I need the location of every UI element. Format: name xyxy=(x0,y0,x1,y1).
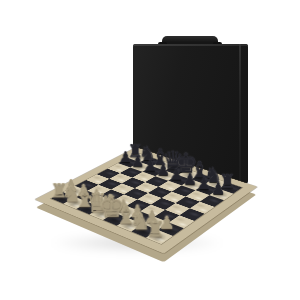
piece-black-pawn: ♟ xyxy=(119,150,132,165)
piece-black-pawn: ♟ xyxy=(183,171,197,187)
case-top-edge xyxy=(133,44,248,46)
piece-black-pawn: ♟ xyxy=(196,176,210,192)
piece-black-pawn: ♟ xyxy=(131,154,144,169)
board-field: ♜♞♝♛♚♝♞♜♟♟♟♟♟♟♟♟♟♟♟♟♟♟♟♟♜♞♝♛♚♝♞♜ xyxy=(51,153,242,244)
chess-board: ♜♞♝♛♚♝♞♜♟♟♟♟♟♟♟♟♟♟♟♟♟♟♟♟♜♞♝♛♚♝♞♜ xyxy=(35,147,257,253)
piece-white-rook: ♜ xyxy=(145,218,164,239)
piece-black-pawn: ♟ xyxy=(211,181,225,197)
piece-black-pawn: ♟ xyxy=(169,167,183,183)
board-scene: ♜♞♝♛♚♝♞♜♟♟♟♟♟♟♟♟♟♟♟♟♟♟♟♟♜♞♝♛♚♝♞♜ xyxy=(69,114,227,272)
piece-black-pawn: ♟ xyxy=(156,163,170,178)
product-photo: ♜♞♝♛♚♝♞♜♟♟♟♟♟♟♟♟♟♟♟♟♟♟♟♟♜♞♝♛♚♝♞♜ xyxy=(0,0,300,300)
piece-black-pawn: ♟ xyxy=(143,158,157,173)
case-lid-seam xyxy=(239,44,241,184)
